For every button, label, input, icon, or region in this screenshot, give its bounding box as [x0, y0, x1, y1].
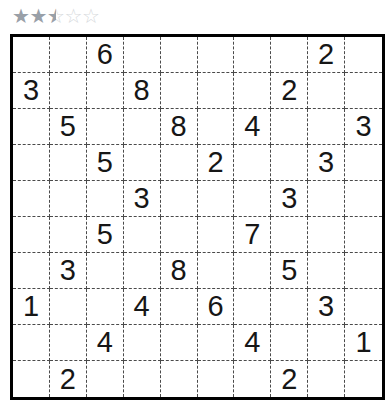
- star-filled-icon: ★: [30, 5, 48, 27]
- cell-r10c2: 2: [50, 361, 87, 397]
- cell-r9c1[interactable]: [13, 325, 50, 361]
- cell-r2c3[interactable]: [87, 73, 124, 109]
- cell-r7c9[interactable]: [308, 253, 345, 289]
- cell-r1c7[interactable]: [234, 37, 271, 73]
- cell-r2c10[interactable]: [345, 73, 382, 109]
- cell-r7c8: 5: [271, 253, 308, 289]
- cell-r10c5[interactable]: [161, 361, 198, 397]
- cell-r4c3: 5: [87, 145, 124, 181]
- cell-r3c7: 4: [234, 109, 271, 145]
- cell-r8c3[interactable]: [87, 289, 124, 325]
- cell-r9c2[interactable]: [50, 325, 87, 361]
- cell-r10c8: 2: [271, 361, 308, 397]
- cell-r10c3[interactable]: [87, 361, 124, 397]
- cell-r2c8: 2: [271, 73, 308, 109]
- cell-r9c10: 1: [345, 325, 382, 361]
- cell-r3c4[interactable]: [124, 109, 161, 145]
- cell-r6c5[interactable]: [161, 217, 198, 253]
- cell-r4c2[interactable]: [50, 145, 87, 181]
- cell-r8c6: 6: [198, 289, 235, 325]
- cell-r5c9[interactable]: [308, 181, 345, 217]
- star-filled-icon: ★: [12, 5, 30, 27]
- cell-r6c4[interactable]: [124, 217, 161, 253]
- cell-r7c10[interactable]: [345, 253, 382, 289]
- cell-r5c2[interactable]: [50, 181, 87, 217]
- cell-r10c9[interactable]: [308, 361, 345, 397]
- cell-r2c9[interactable]: [308, 73, 345, 109]
- cell-r4c5[interactable]: [161, 145, 198, 181]
- cell-r7c3[interactable]: [87, 253, 124, 289]
- cell-r6c2[interactable]: [50, 217, 87, 253]
- cell-r10c10[interactable]: [345, 361, 382, 397]
- cell-r6c1[interactable]: [13, 217, 50, 253]
- cell-r4c8[interactable]: [271, 145, 308, 181]
- cell-r3c10: 3: [345, 109, 382, 145]
- cell-r1c6[interactable]: [198, 37, 235, 73]
- cell-r1c10[interactable]: [345, 37, 382, 73]
- cell-r5c6[interactable]: [198, 181, 235, 217]
- cell-r5c5[interactable]: [161, 181, 198, 217]
- cell-r4c1[interactable]: [13, 145, 50, 181]
- cell-r8c9: 3: [308, 289, 345, 325]
- cell-r5c3[interactable]: [87, 181, 124, 217]
- cell-r1c4[interactable]: [124, 37, 161, 73]
- cell-r8c10[interactable]: [345, 289, 382, 325]
- cell-r4c10[interactable]: [345, 145, 382, 181]
- cell-r3c8[interactable]: [271, 109, 308, 145]
- cell-r9c6[interactable]: [198, 325, 235, 361]
- cell-r9c8[interactable]: [271, 325, 308, 361]
- cell-r4c9: 3: [308, 145, 345, 181]
- cell-r8c8[interactable]: [271, 289, 308, 325]
- cell-r9c7: 4: [234, 325, 271, 361]
- cell-r3c9[interactable]: [308, 109, 345, 145]
- cell-r5c1[interactable]: [13, 181, 50, 217]
- cell-r2c5[interactable]: [161, 73, 198, 109]
- cell-r1c5[interactable]: [161, 37, 198, 73]
- cell-r4c6: 2: [198, 145, 235, 181]
- cell-r10c1[interactable]: [13, 361, 50, 397]
- cell-r8c5[interactable]: [161, 289, 198, 325]
- cell-r4c7[interactable]: [234, 145, 271, 181]
- cell-r2c4: 8: [124, 73, 161, 109]
- cell-r7c4[interactable]: [124, 253, 161, 289]
- cell-r3c3[interactable]: [87, 109, 124, 145]
- cell-r7c2: 3: [50, 253, 87, 289]
- cell-r9c9[interactable]: [308, 325, 345, 361]
- puzzle-board: 6238258435233357385146344122: [10, 34, 385, 400]
- cell-r10c7[interactable]: [234, 361, 271, 397]
- cell-r2c2[interactable]: [50, 73, 87, 109]
- cell-r6c3: 5: [87, 217, 124, 253]
- cell-r6c6[interactable]: [198, 217, 235, 253]
- star-half-icon: ☆★: [47, 5, 65, 27]
- cell-r6c9[interactable]: [308, 217, 345, 253]
- cell-r3c2: 5: [50, 109, 87, 145]
- cell-r10c6[interactable]: [198, 361, 235, 397]
- cell-r2c6[interactable]: [198, 73, 235, 109]
- cell-r5c10[interactable]: [345, 181, 382, 217]
- cell-r8c2[interactable]: [50, 289, 87, 325]
- cell-r4c4[interactable]: [124, 145, 161, 181]
- cell-r1c9: 2: [308, 37, 345, 73]
- star-empty-icon: ☆: [82, 5, 100, 27]
- cell-r7c1[interactable]: [13, 253, 50, 289]
- cell-r5c7[interactable]: [234, 181, 271, 217]
- cell-r1c8[interactable]: [271, 37, 308, 73]
- cell-r2c7[interactable]: [234, 73, 271, 109]
- cell-r9c5[interactable]: [161, 325, 198, 361]
- cell-r1c2[interactable]: [50, 37, 87, 73]
- cell-r10c4[interactable]: [124, 361, 161, 397]
- cell-r5c8: 3: [271, 181, 308, 217]
- cell-r3c1[interactable]: [13, 109, 50, 145]
- cell-r8c1: 1: [13, 289, 50, 325]
- cell-r7c6[interactable]: [198, 253, 235, 289]
- cell-r6c8[interactable]: [271, 217, 308, 253]
- cell-r1c3: 6: [87, 37, 124, 73]
- cell-r8c4: 4: [124, 289, 161, 325]
- cell-r8c7[interactable]: [234, 289, 271, 325]
- cell-r5c4: 3: [124, 181, 161, 217]
- cell-r3c6[interactable]: [198, 109, 235, 145]
- cell-r6c7: 7: [234, 217, 271, 253]
- cell-r9c4[interactable]: [124, 325, 161, 361]
- cell-r7c7[interactable]: [234, 253, 271, 289]
- star-half-fill: ★: [47, 5, 56, 27]
- cell-r6c10[interactable]: [345, 217, 382, 253]
- cell-r7c5: 8: [161, 253, 198, 289]
- star-empty-icon: ☆: [65, 5, 83, 27]
- cell-r9c3: 4: [87, 325, 124, 361]
- cell-r3c5: 8: [161, 109, 198, 145]
- cell-r1c1[interactable]: [13, 37, 50, 73]
- cell-r2c1: 3: [13, 73, 50, 109]
- difficulty-rating: ★★☆★☆☆: [12, 5, 100, 27]
